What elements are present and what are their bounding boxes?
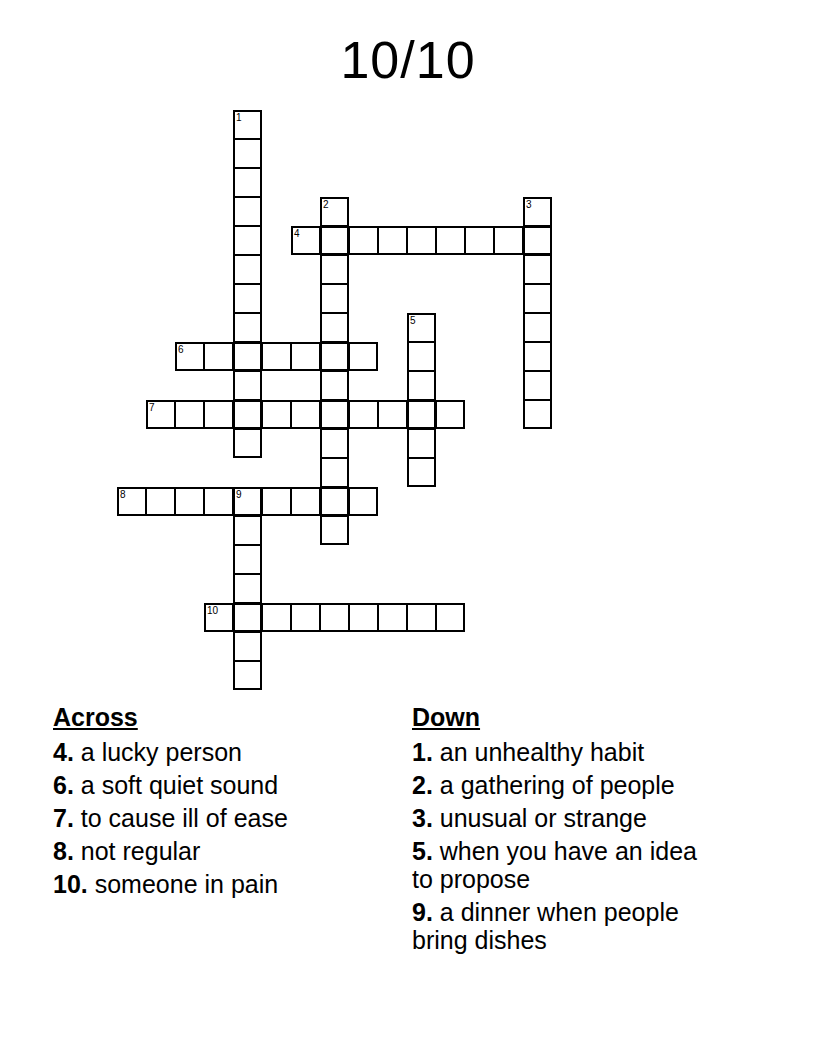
grid-cell[interactable] (320, 487, 349, 516)
across-clues: Across 4. a lucky person 6. a soft quiet… (53, 703, 413, 903)
clue-number-label: 6. (53, 771, 74, 799)
grid-cell[interactable] (320, 429, 349, 458)
page-root: 10/10 12345678910 Across 4. a lucky pers… (0, 0, 816, 1056)
grid-cell[interactable] (523, 342, 552, 371)
clue-number-label: 3. (412, 804, 433, 832)
clue-text: a lucky person (81, 738, 242, 766)
clue-text: a dinner when people bring dishes (412, 898, 679, 954)
grid-cell[interactable] (262, 400, 291, 429)
grid-cell[interactable] (291, 400, 320, 429)
down-clues: Down 1. an unhealthy habit 2. a gatherin… (412, 703, 712, 959)
grid-cell[interactable] (407, 371, 436, 400)
grid-cell[interactable] (233, 313, 262, 342)
clue-text: an unhealthy habit (440, 738, 644, 766)
grid-cell[interactable] (436, 400, 465, 429)
grid-cell[interactable] (320, 197, 349, 226)
grid-cell[interactable] (146, 487, 175, 516)
grid-cell[interactable] (320, 342, 349, 371)
clue-number-label: 2. (412, 771, 433, 799)
grid-cell[interactable] (523, 226, 552, 255)
grid-cell[interactable] (233, 110, 262, 139)
grid-cell[interactable] (378, 226, 407, 255)
grid-cell[interactable] (233, 487, 262, 516)
clue-across-10: 10. someone in pain (53, 870, 413, 898)
grid-cell[interactable] (407, 458, 436, 487)
grid-cell[interactable] (523, 255, 552, 284)
clue-down-3: 3. unusual or strange (412, 804, 712, 832)
grid-cell[interactable] (204, 487, 233, 516)
clue-text: to cause ill of ease (81, 804, 288, 832)
clue-text: unusual or strange (440, 804, 647, 832)
grid-cell[interactable] (146, 400, 175, 429)
clue-text: when you have an idea to propose (412, 837, 697, 893)
grid-cell[interactable] (320, 400, 349, 429)
grid-cell[interactable] (262, 487, 291, 516)
grid-cell[interactable] (523, 197, 552, 226)
grid-cell[interactable] (320, 226, 349, 255)
clue-number-label: 10. (53, 870, 88, 898)
grid-cell[interactable] (523, 371, 552, 400)
grid-cell[interactable] (523, 284, 552, 313)
grid-cell[interactable] (523, 400, 552, 429)
across-heading: Across (53, 703, 413, 731)
grid-cell[interactable] (175, 400, 204, 429)
grid-cell[interactable] (175, 487, 204, 516)
grid-cell[interactable] (117, 487, 146, 516)
clue-across-7: 7. to cause ill of ease (53, 804, 413, 832)
clue-text: not regular (81, 837, 201, 865)
grid-cell[interactable] (233, 632, 262, 661)
clue-number-label: 7. (53, 804, 74, 832)
grid-cell[interactable] (465, 226, 494, 255)
grid-cell[interactable] (436, 226, 465, 255)
grid-cell[interactable] (378, 400, 407, 429)
grid-cell[interactable] (320, 516, 349, 545)
grid-cell[interactable] (320, 603, 349, 632)
clue-number-label: 5. (412, 837, 433, 865)
grid-cell[interactable] (407, 226, 436, 255)
grid-cell[interactable] (233, 429, 262, 458)
grid-cell[interactable] (233, 226, 262, 255)
grid-cell[interactable] (320, 371, 349, 400)
clue-number-label: 8. (53, 837, 74, 865)
clue-across-6: 6. a soft quiet sound (53, 771, 413, 799)
grid-cell[interactable] (262, 603, 291, 632)
grid-cell[interactable] (407, 313, 436, 342)
clue-number-label: 4. (53, 738, 74, 766)
clue-text: someone in pain (95, 870, 278, 898)
grid-cell[interactable] (233, 197, 262, 226)
clue-text: a soft quiet sound (81, 771, 278, 799)
grid-cell[interactable] (407, 400, 436, 429)
clue-down-2: 2. a gathering of people (412, 771, 712, 799)
grid-cell[interactable] (233, 255, 262, 284)
grid-cell[interactable] (233, 168, 262, 197)
grid-cell[interactable] (320, 458, 349, 487)
grid-cell[interactable] (291, 487, 320, 516)
grid-cell[interactable] (407, 603, 436, 632)
grid-cell[interactable] (320, 284, 349, 313)
grid-cell[interactable] (349, 226, 378, 255)
clue-number-label: 9. (412, 898, 433, 926)
grid-cell[interactable] (175, 342, 204, 371)
grid-cell[interactable] (291, 226, 320, 255)
grid-cell[interactable] (436, 603, 465, 632)
grid-cell[interactable] (320, 313, 349, 342)
clue-across-8: 8. not regular (53, 837, 413, 865)
grid-cell[interactable] (320, 255, 349, 284)
grid-cell[interactable] (233, 661, 262, 690)
grid-cell[interactable] (233, 284, 262, 313)
grid-cell[interactable] (523, 313, 552, 342)
grid-cell[interactable] (233, 342, 262, 371)
grid-cell[interactable] (407, 429, 436, 458)
clue-number-label: 1. (412, 738, 433, 766)
grid-cell[interactable] (349, 603, 378, 632)
grid-cell[interactable] (407, 342, 436, 371)
down-heading: Down (412, 703, 712, 731)
grid-cell[interactable] (233, 574, 262, 603)
grid-cell[interactable] (349, 342, 378, 371)
grid-cell[interactable] (204, 400, 233, 429)
grid-cell[interactable] (233, 400, 262, 429)
grid-cell[interactable] (233, 603, 262, 632)
grid-cell[interactable] (233, 545, 262, 574)
grid-cell[interactable] (291, 603, 320, 632)
grid-cell[interactable] (233, 516, 262, 545)
clue-across-4: 4. a lucky person (53, 738, 413, 766)
grid-cell[interactable] (204, 603, 233, 632)
grid-cell[interactable] (494, 226, 523, 255)
clue-down-1: 1. an unhealthy habit (412, 738, 712, 766)
grid-cell[interactable] (262, 342, 291, 371)
grid-cell[interactable] (204, 342, 233, 371)
grid-cell[interactable] (378, 603, 407, 632)
grid-cell[interactable] (349, 400, 378, 429)
clue-text: a gathering of people (440, 771, 675, 799)
clue-down-5: 5. when you have an idea to propose (412, 837, 712, 893)
clue-down-9: 9. a dinner when people bring dishes (412, 898, 712, 954)
grid-cell[interactable] (291, 342, 320, 371)
grid-cell[interactable] (233, 371, 262, 400)
grid-cell[interactable] (349, 487, 378, 516)
grid-cell[interactable] (233, 139, 262, 168)
